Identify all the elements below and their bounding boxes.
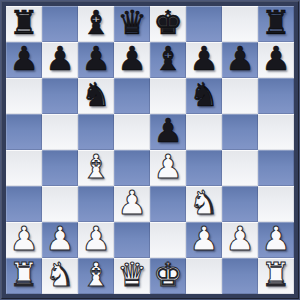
square-b5[interactable] <box>42 114 78 150</box>
piece-black-pawn[interactable]: ♟ <box>189 42 219 77</box>
square-b2[interactable]: ♟ <box>42 222 78 258</box>
piece-white-pawn[interactable]: ♟ <box>9 222 39 257</box>
piece-black-knight[interactable]: ♞ <box>81 78 111 113</box>
piece-white-pawn[interactable]: ♟ <box>225 222 255 257</box>
square-g6[interactable] <box>222 78 258 114</box>
piece-white-pawn[interactable]: ♟ <box>153 150 183 185</box>
square-b4[interactable] <box>42 150 78 186</box>
piece-black-pawn[interactable]: ♟ <box>261 42 291 77</box>
square-g8[interactable] <box>222 6 258 42</box>
piece-white-pawn[interactable]: ♟ <box>189 222 219 257</box>
square-f7[interactable]: ♟ <box>186 42 222 78</box>
piece-black-bishop[interactable]: ♝ <box>153 42 183 77</box>
square-g3[interactable] <box>222 186 258 222</box>
square-g5[interactable] <box>222 114 258 150</box>
square-d4[interactable] <box>114 150 150 186</box>
square-d5[interactable] <box>114 114 150 150</box>
square-g2[interactable]: ♟ <box>222 222 258 258</box>
square-f5[interactable] <box>186 114 222 150</box>
square-d1[interactable]: ♛ <box>114 258 150 294</box>
square-c1[interactable]: ♝ <box>78 258 114 294</box>
square-g1[interactable] <box>222 258 258 294</box>
square-e2[interactable] <box>150 222 186 258</box>
square-e1[interactable]: ♚ <box>150 258 186 294</box>
square-b1[interactable]: ♞ <box>42 258 78 294</box>
piece-white-knight[interactable]: ♞ <box>189 186 219 221</box>
chess-board-frame: ♜♝♛♚♜♟♟♟♟♝♟♟♟♞♞♟♝♟♟♞♟♟♟♟♟♟♜♞♝♛♚♜ <box>0 0 300 300</box>
square-e5[interactable]: ♟ <box>150 114 186 150</box>
square-a4[interactable] <box>6 150 42 186</box>
square-a5[interactable] <box>6 114 42 150</box>
square-a2[interactable]: ♟ <box>6 222 42 258</box>
square-f2[interactable]: ♟ <box>186 222 222 258</box>
square-d6[interactable] <box>114 78 150 114</box>
square-b8[interactable] <box>42 6 78 42</box>
square-e6[interactable] <box>150 78 186 114</box>
piece-black-bishop[interactable]: ♝ <box>81 6 111 41</box>
piece-white-pawn[interactable]: ♟ <box>45 222 75 257</box>
piece-black-knight[interactable]: ♞ <box>189 78 219 113</box>
piece-white-knight[interactable]: ♞ <box>45 258 75 293</box>
square-g7[interactable]: ♟ <box>222 42 258 78</box>
square-a6[interactable] <box>6 78 42 114</box>
piece-black-pawn[interactable]: ♟ <box>45 42 75 77</box>
square-h5[interactable] <box>258 114 294 150</box>
square-f4[interactable] <box>186 150 222 186</box>
square-d2[interactable] <box>114 222 150 258</box>
square-a1[interactable]: ♜ <box>6 258 42 294</box>
piece-black-pawn[interactable]: ♟ <box>81 42 111 77</box>
square-d8[interactable]: ♛ <box>114 6 150 42</box>
square-d7[interactable]: ♟ <box>114 42 150 78</box>
piece-black-rook[interactable]: ♜ <box>9 6 39 41</box>
square-f6[interactable]: ♞ <box>186 78 222 114</box>
piece-white-king[interactable]: ♚ <box>153 258 183 293</box>
piece-white-pawn[interactable]: ♟ <box>261 222 291 257</box>
square-h3[interactable] <box>258 186 294 222</box>
square-b3[interactable] <box>42 186 78 222</box>
square-f8[interactable] <box>186 6 222 42</box>
square-a3[interactable] <box>6 186 42 222</box>
piece-white-bishop[interactable]: ♝ <box>81 258 111 293</box>
piece-white-queen[interactable]: ♛ <box>117 258 147 293</box>
square-b6[interactable] <box>42 78 78 114</box>
square-c7[interactable]: ♟ <box>78 42 114 78</box>
square-b7[interactable]: ♟ <box>42 42 78 78</box>
square-c2[interactable]: ♟ <box>78 222 114 258</box>
square-a7[interactable]: ♟ <box>6 42 42 78</box>
square-h1[interactable]: ♜ <box>258 258 294 294</box>
square-c3[interactable] <box>78 186 114 222</box>
square-g4[interactable] <box>222 150 258 186</box>
square-h4[interactable] <box>258 150 294 186</box>
piece-black-king[interactable]: ♚ <box>153 6 183 41</box>
square-d3[interactable]: ♟ <box>114 186 150 222</box>
square-c5[interactable] <box>78 114 114 150</box>
square-h8[interactable]: ♜ <box>258 6 294 42</box>
square-h7[interactable]: ♟ <box>258 42 294 78</box>
piece-white-pawn[interactable]: ♟ <box>117 186 147 221</box>
piece-black-queen[interactable]: ♛ <box>117 6 147 41</box>
piece-white-bishop[interactable]: ♝ <box>81 150 111 185</box>
square-a8[interactable]: ♜ <box>6 6 42 42</box>
chess-board: ♜♝♛♚♜♟♟♟♟♝♟♟♟♞♞♟♝♟♟♞♟♟♟♟♟♟♜♞♝♛♚♜ <box>6 6 294 294</box>
square-f1[interactable] <box>186 258 222 294</box>
piece-black-rook[interactable]: ♜ <box>261 6 291 41</box>
square-e7[interactable]: ♝ <box>150 42 186 78</box>
square-f3[interactable]: ♞ <box>186 186 222 222</box>
square-c6[interactable]: ♞ <box>78 78 114 114</box>
square-h6[interactable] <box>258 78 294 114</box>
square-h2[interactable]: ♟ <box>258 222 294 258</box>
piece-black-pawn[interactable]: ♟ <box>9 42 39 77</box>
square-e4[interactable]: ♟ <box>150 150 186 186</box>
square-e3[interactable] <box>150 186 186 222</box>
piece-white-pawn[interactable]: ♟ <box>81 222 111 257</box>
piece-black-pawn[interactable]: ♟ <box>225 42 255 77</box>
square-c8[interactable]: ♝ <box>78 6 114 42</box>
piece-white-rook[interactable]: ♜ <box>261 258 291 293</box>
square-e8[interactable]: ♚ <box>150 6 186 42</box>
piece-black-pawn[interactable]: ♟ <box>117 42 147 77</box>
square-c4[interactable]: ♝ <box>78 150 114 186</box>
piece-white-rook[interactable]: ♜ <box>9 258 39 293</box>
piece-black-pawn[interactable]: ♟ <box>153 114 183 149</box>
